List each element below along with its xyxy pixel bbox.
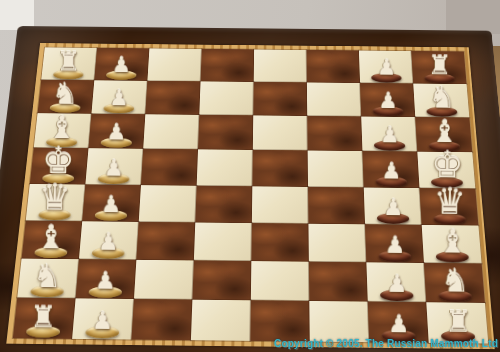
square-b3 (134, 260, 194, 300)
black-bishop-icon: ♝ (438, 224, 468, 257)
square-c1: ♝ (22, 220, 83, 259)
copyright-watermark: Copyright © 2005. The Russian Mammoth Lt… (274, 338, 498, 349)
square-b8: ♞ (424, 263, 485, 303)
white-pawn-icon: ♟ (95, 269, 116, 293)
black-pawn-icon: ♟ (388, 312, 410, 336)
white-bishop-icon: ♝ (48, 112, 76, 143)
black-queen-icon: ♛ (434, 183, 467, 219)
white-queen-icon: ♛ (39, 179, 71, 215)
square-c7: ♟ (365, 224, 424, 263)
square-g3 (145, 81, 200, 115)
white-pawn-icon: ♟ (101, 193, 121, 216)
black-pawn-icon: ♟ (385, 233, 406, 256)
square-d6 (308, 187, 365, 224)
square-a2: ♟ (72, 298, 134, 339)
square-b6 (309, 262, 368, 302)
square-h5 (254, 49, 307, 82)
black-pawn-icon: ♟ (381, 159, 401, 181)
square-d5 (252, 186, 309, 223)
black-king-icon: ♚ (431, 146, 464, 182)
white-rook-icon: ♜ (56, 48, 80, 75)
square-g4 (199, 82, 253, 116)
black-pawn-icon: ♟ (383, 196, 404, 219)
square-g6 (307, 83, 361, 117)
square-d4 (195, 185, 252, 222)
square-f7: ♟ (361, 117, 417, 152)
white-knight-icon: ♞ (33, 260, 62, 292)
square-g5 (253, 82, 307, 116)
background-wall (446, 0, 500, 34)
black-pawn-icon: ♟ (386, 272, 407, 296)
square-h4 (201, 49, 255, 82)
white-king-icon: ♚ (42, 142, 75, 178)
square-f3 (143, 115, 199, 150)
square-e2: ♟ (85, 149, 143, 185)
square-e3 (141, 149, 198, 185)
chessboard: ♜♟♟♜♞♟♟♞♝♟♟♝♚♟♟♚♛♟♟♛♝♟♟♝♞♟♟♞♜♟♟♜ (0, 26, 500, 352)
square-d1: ♛ (26, 184, 86, 221)
white-pawn-icon: ♟ (112, 54, 131, 75)
square-h3 (147, 48, 201, 81)
square-h6 (307, 50, 361, 83)
white-pawn-icon: ♟ (106, 121, 126, 143)
square-c3 (136, 222, 195, 261)
square-e4 (197, 150, 253, 186)
black-rook-icon: ♜ (428, 52, 452, 79)
square-c2: ♟ (79, 221, 139, 260)
square-d2: ♟ (82, 184, 141, 221)
square-a5 (250, 300, 309, 341)
white-bishop-icon: ♝ (36, 220, 65, 253)
square-b7: ♟ (366, 262, 426, 302)
square-f6 (307, 116, 362, 151)
square-b2: ♟ (76, 259, 137, 299)
square-a1: ♜ (13, 298, 76, 339)
square-a3 (131, 299, 192, 340)
black-pawn-icon: ♟ (377, 57, 396, 78)
square-a7: ♟ (368, 302, 429, 343)
square-g7: ♟ (360, 83, 415, 117)
square-d8: ♛ (419, 188, 478, 226)
square-b1: ♞ (17, 258, 79, 298)
square-f5 (253, 116, 308, 151)
white-rook-icon: ♜ (30, 302, 57, 332)
scene: ♜♟♟♜♞♟♟♞♝♟♟♝♚♟♟♚♛♟♟♛♝♟♟♝♞♟♟♞♜♟♟♜ Copyrig… (0, 0, 500, 352)
white-pawn-icon: ♟ (104, 157, 124, 179)
white-knight-icon: ♞ (52, 79, 79, 109)
black-knight-icon: ♞ (441, 264, 470, 296)
black-pawn-icon: ♟ (380, 124, 400, 146)
black-bishop-icon: ♝ (431, 116, 459, 147)
square-e7: ♟ (362, 151, 419, 187)
square-e5 (252, 150, 308, 186)
square-e6 (308, 151, 364, 187)
square-a4 (191, 300, 251, 341)
white-pawn-icon: ♟ (109, 87, 129, 109)
square-f4 (198, 115, 253, 150)
square-d3 (139, 185, 197, 222)
black-rook-icon: ♜ (445, 307, 472, 337)
black-knight-icon: ♞ (429, 83, 456, 113)
black-pawn-icon: ♟ (378, 90, 398, 112)
square-a6 (309, 301, 369, 342)
square-b5 (251, 261, 309, 301)
white-pawn-icon: ♟ (92, 309, 113, 333)
white-pawn-icon: ♟ (98, 230, 119, 253)
square-b4 (192, 260, 251, 300)
square-d7: ♟ (364, 187, 422, 225)
square-g2: ♟ (91, 80, 147, 114)
board-grid: ♜♟♟♜♞♟♟♞♝♟♟♝♚♟♟♚♛♟♟♛♝♟♟♝♞♟♟♞♜♟♟♜ (13, 47, 488, 343)
square-h2: ♟ (94, 48, 149, 81)
